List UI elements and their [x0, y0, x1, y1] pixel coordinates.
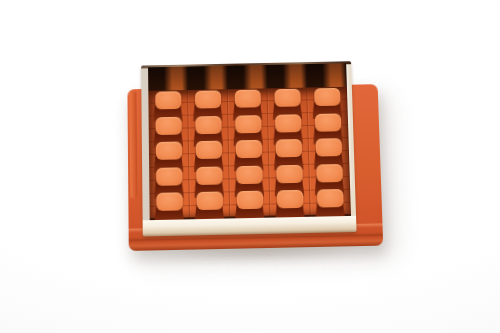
peg-cell-r1c2: [188, 89, 228, 115]
peg-cap: [196, 166, 222, 185]
frame-interior: [148, 63, 351, 220]
peg-cap: [196, 141, 222, 159]
peg-cap: [317, 189, 344, 208]
peg-cell-r1c4: [267, 88, 307, 114]
mold-surface: [148, 87, 351, 220]
peg-cap: [274, 89, 300, 107]
peg-cap: [156, 116, 182, 134]
peg-cap: [156, 193, 182, 212]
peg-cap: [237, 191, 264, 210]
peg-grid: [148, 87, 351, 218]
peg-cap: [155, 91, 181, 109]
peg-cap: [235, 90, 261, 108]
peg-cap: [314, 88, 340, 106]
product-photo-mold: [99, 51, 399, 260]
peg-cap: [315, 113, 341, 131]
peg-cap: [275, 114, 301, 132]
peg-cap: [316, 138, 343, 156]
peg-cap: [316, 164, 343, 183]
peg-cap: [277, 190, 304, 209]
peg-cap: [195, 116, 221, 134]
peg-cap: [276, 165, 303, 184]
peg-cap: [195, 90, 221, 108]
peg-cap: [197, 192, 223, 211]
peg-cap: [236, 140, 262, 158]
base-tray-left-edge: [129, 91, 137, 198]
peg-cell-r1c1: [148, 90, 188, 116]
peg-cell-r1c5: [307, 87, 348, 113]
peg-cap: [156, 142, 182, 160]
peg-cap: [156, 167, 182, 186]
peg-cap: [276, 139, 302, 157]
peg-cap: [236, 165, 262, 184]
steel-frame: [141, 61, 356, 236]
peg-cap: [235, 115, 261, 133]
peg-cell-r1c3: [228, 88, 268, 114]
